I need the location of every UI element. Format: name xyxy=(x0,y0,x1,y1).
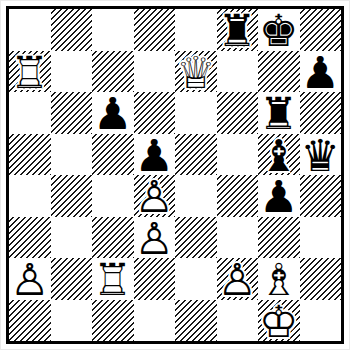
square-c6[interactable]: ♟ xyxy=(92,92,134,134)
square-h7[interactable]: ♟ xyxy=(300,51,342,93)
square-h8[interactable] xyxy=(300,9,342,51)
square-a6[interactable] xyxy=(9,92,51,134)
piece-black-pawn-d5: ♟ xyxy=(134,134,176,176)
square-g1[interactable]: ♚♔ xyxy=(258,300,300,342)
square-h2[interactable] xyxy=(300,258,342,300)
square-d8[interactable] xyxy=(134,9,176,51)
square-e5[interactable] xyxy=(175,134,217,176)
piece-black-pawn-h7: ♟ xyxy=(300,51,342,93)
square-d2[interactable] xyxy=(134,258,176,300)
square-f8[interactable]: ♜ xyxy=(217,9,259,51)
square-f4[interactable] xyxy=(217,175,259,217)
square-a5[interactable] xyxy=(9,134,51,176)
square-f5[interactable] xyxy=(217,134,259,176)
square-g7[interactable] xyxy=(258,51,300,93)
square-h6[interactable] xyxy=(300,92,342,134)
square-c1[interactable] xyxy=(92,300,134,342)
square-d6[interactable] xyxy=(134,92,176,134)
square-g8[interactable]: ♚ xyxy=(258,9,300,51)
piece-black-queen-h5: ♛ xyxy=(300,134,342,176)
piece-black-bishop-g5: ♝ xyxy=(258,134,300,176)
square-d7[interactable] xyxy=(134,51,176,93)
square-d3[interactable]: ♟♙ xyxy=(134,217,176,259)
square-b8[interactable] xyxy=(51,9,93,51)
square-e7[interactable]: ♛♕ xyxy=(175,51,217,93)
square-e8[interactable] xyxy=(175,9,217,51)
square-d4[interactable]: ♟♙ xyxy=(134,175,176,217)
square-c4[interactable] xyxy=(92,175,134,217)
square-h5[interactable]: ♛ xyxy=(300,134,342,176)
square-f7[interactable] xyxy=(217,51,259,93)
chess-board: ♜♚♜♖♛♕♟♟♜♟♝♛♟♙♟♟♙♟♙♜♖♟♙♝♗♚♔ xyxy=(6,6,344,344)
square-c7[interactable] xyxy=(92,51,134,93)
piece-white-bishop-g2: ♝♗ xyxy=(258,258,300,300)
piece-black-pawn-g4: ♟ xyxy=(258,175,300,217)
square-g3[interactable] xyxy=(258,217,300,259)
square-g6[interactable]: ♜ xyxy=(258,92,300,134)
square-g4[interactable]: ♟ xyxy=(258,175,300,217)
chess-diagram: ♜♚♜♖♛♕♟♟♜♟♝♛♟♙♟♟♙♟♙♜♖♟♙♝♗♚♔ xyxy=(0,0,350,350)
square-g5[interactable]: ♝ xyxy=(258,134,300,176)
piece-white-pawn-f2: ♟♙ xyxy=(217,258,259,300)
piece-white-rook-c2: ♜♖ xyxy=(92,258,134,300)
square-f1[interactable] xyxy=(217,300,259,342)
square-b5[interactable] xyxy=(51,134,93,176)
square-f3[interactable] xyxy=(217,217,259,259)
square-b4[interactable] xyxy=(51,175,93,217)
square-e1[interactable] xyxy=(175,300,217,342)
square-b6[interactable] xyxy=(51,92,93,134)
square-a8[interactable] xyxy=(9,9,51,51)
square-a7[interactable]: ♜♖ xyxy=(9,51,51,93)
square-a3[interactable] xyxy=(9,217,51,259)
square-f2[interactable]: ♟♙ xyxy=(217,258,259,300)
square-e6[interactable] xyxy=(175,92,217,134)
square-e3[interactable] xyxy=(175,217,217,259)
square-h4[interactable] xyxy=(300,175,342,217)
piece-white-rook-a7: ♜♖ xyxy=(9,51,51,93)
piece-white-pawn-d3: ♟♙ xyxy=(134,217,176,259)
square-c2[interactable]: ♜♖ xyxy=(92,258,134,300)
square-g2[interactable]: ♝♗ xyxy=(258,258,300,300)
piece-white-pawn-a2: ♟♙ xyxy=(9,258,51,300)
square-a2[interactable]: ♟♙ xyxy=(9,258,51,300)
square-d5[interactable]: ♟ xyxy=(134,134,176,176)
square-b2[interactable] xyxy=(51,258,93,300)
piece-black-rook-f8: ♜ xyxy=(217,9,259,51)
square-c5[interactable] xyxy=(92,134,134,176)
square-c3[interactable] xyxy=(92,217,134,259)
square-a4[interactable] xyxy=(9,175,51,217)
square-a1[interactable] xyxy=(9,300,51,342)
square-h1[interactable] xyxy=(300,300,342,342)
piece-black-rook-g6: ♜ xyxy=(258,92,300,134)
piece-white-pawn-d4: ♟♙ xyxy=(134,175,176,217)
piece-white-king-g1: ♚♔ xyxy=(258,300,300,342)
square-b3[interactable] xyxy=(51,217,93,259)
square-e2[interactable] xyxy=(175,258,217,300)
square-e4[interactable] xyxy=(175,175,217,217)
square-b7[interactable] xyxy=(51,51,93,93)
piece-white-queen-e7: ♛♕ xyxy=(175,51,217,93)
square-h3[interactable] xyxy=(300,217,342,259)
piece-black-pawn-c6: ♟ xyxy=(92,92,134,134)
square-c8[interactable] xyxy=(92,9,134,51)
square-f6[interactable] xyxy=(217,92,259,134)
square-b1[interactable] xyxy=(51,300,93,342)
piece-black-king-g8: ♚ xyxy=(258,9,300,51)
square-d1[interactable] xyxy=(134,300,176,342)
